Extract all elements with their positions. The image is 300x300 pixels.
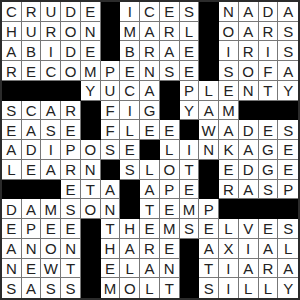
letter-cell[interactable]: A	[22, 278, 42, 298]
black-cell	[81, 259, 101, 279]
cell-letter: E	[125, 141, 135, 157]
letter-cell[interactable]: E	[101, 259, 121, 279]
letter-cell[interactable]: A	[239, 2, 259, 22]
letter-cell[interactable]: E	[120, 61, 140, 81]
letter-cell[interactable]: A	[41, 101, 61, 121]
letter-cell[interactable]: E	[61, 219, 81, 239]
cell-letter: O	[124, 280, 136, 296]
cell-letter: O	[242, 63, 254, 79]
black-cell	[199, 180, 219, 200]
black-cell	[101, 160, 121, 180]
crossword-grid: CRUDEICESNADAHURONMARLOARSABIDEBRAEIRISR…	[0, 0, 300, 300]
cell-letter: L	[185, 23, 193, 39]
cell-letter: A	[26, 122, 36, 138]
cell-letter: E	[164, 3, 174, 19]
letter-cell[interactable]: E	[41, 219, 61, 239]
letter-cell[interactable]: E	[259, 219, 279, 239]
letter-cell[interactable]: C	[120, 81, 140, 101]
cell-letter: A	[144, 23, 154, 39]
letter-cell[interactable]: M	[219, 101, 239, 121]
cell-letter: R	[262, 23, 273, 39]
letter-cell[interactable]: E	[219, 160, 239, 180]
cell-letter: N	[144, 63, 155, 79]
cell-letter: O	[223, 23, 235, 39]
letter-cell[interactable]: O	[81, 140, 101, 160]
cell-letter: S	[6, 280, 16, 296]
letter-cell[interactable]: N	[2, 259, 22, 279]
black-cell	[101, 2, 121, 22]
cell-letter: S	[223, 63, 233, 79]
letter-cell[interactable]: E	[22, 160, 42, 180]
letter-cell[interactable]: Y	[278, 278, 298, 298]
cell-letter: S	[105, 141, 115, 157]
cell-letter: R	[65, 161, 76, 177]
letter-cell[interactable]: A	[140, 180, 160, 200]
cell-letter: E	[164, 201, 174, 217]
letter-cell[interactable]: L	[278, 239, 298, 259]
letter-cell[interactable]: A	[140, 81, 160, 101]
black-cell	[41, 180, 61, 200]
cell-letter: A	[46, 102, 56, 118]
cell-letter: A	[26, 280, 36, 296]
cell-letter: O	[65, 23, 77, 39]
letter-cell[interactable]: R	[61, 160, 81, 180]
cell-letter: D	[243, 122, 254, 138]
cell-letter: R	[6, 63, 17, 79]
letter-cell[interactable]: S	[120, 160, 140, 180]
cell-letter: S	[204, 280, 214, 296]
letter-cell[interactable]: A	[278, 61, 298, 81]
black-cell	[120, 199, 140, 219]
cell-letter: Y	[85, 82, 95, 98]
black-cell	[239, 199, 259, 219]
cell-letter: S	[283, 122, 293, 138]
letter-cell[interactable]: N	[199, 140, 219, 160]
letter-cell[interactable]: F	[259, 61, 279, 81]
black-cell	[2, 180, 22, 200]
letter-cell[interactable]: T	[259, 81, 279, 101]
letter-cell[interactable]: T	[101, 219, 121, 239]
cell-letter: G	[262, 141, 274, 157]
letter-cell[interactable]: L	[239, 278, 259, 298]
black-cell	[239, 101, 259, 121]
letter-cell[interactable]: E	[61, 180, 81, 200]
letter-cell[interactable]: A	[101, 180, 121, 200]
letter-cell[interactable]: R	[61, 101, 81, 121]
letter-cell[interactable]: T	[180, 160, 200, 180]
letter-cell[interactable]: S	[180, 2, 200, 22]
cell-letter: Y	[283, 82, 293, 98]
letter-cell[interactable]: P	[160, 180, 180, 200]
letter-cell[interactable]: L	[219, 219, 239, 239]
black-cell	[140, 140, 160, 160]
letter-cell[interactable]: E	[140, 219, 160, 239]
black-cell	[22, 180, 42, 200]
cell-letter: R	[45, 23, 56, 39]
letter-cell[interactable]: W	[41, 259, 61, 279]
letter-cell[interactable]: A	[219, 120, 239, 140]
letter-cell[interactable]: A	[2, 239, 22, 259]
cell-letter: A	[243, 181, 253, 197]
letter-cell[interactable]: A	[239, 22, 259, 42]
letter-cell[interactable]: S	[61, 278, 81, 298]
cell-letter: O	[84, 141, 96, 157]
cell-letter: W	[44, 260, 58, 276]
cell-letter: D	[26, 141, 37, 157]
letter-cell[interactable]: E	[160, 120, 180, 140]
letter-cell[interactable]: L	[140, 278, 160, 298]
letter-cell[interactable]: A	[199, 239, 219, 259]
cell-letter: E	[223, 161, 233, 177]
letter-cell[interactable]: N	[239, 81, 259, 101]
letter-cell[interactable]: A	[120, 239, 140, 259]
letter-cell[interactable]: A	[2, 140, 22, 160]
letter-cell[interactable]: P	[199, 199, 219, 219]
letter-cell[interactable]: L	[2, 160, 22, 180]
cell-letter: O	[45, 240, 57, 256]
letter-cell[interactable]: C	[2, 2, 22, 22]
letter-cell[interactable]: L	[140, 160, 160, 180]
letter-cell[interactable]: N	[160, 259, 180, 279]
letter-cell[interactable]: C	[41, 61, 61, 81]
letter-cell[interactable]: E	[160, 239, 180, 259]
letter-cell[interactable]: A	[199, 101, 219, 121]
letter-cell[interactable]: P	[61, 140, 81, 160]
letter-cell[interactable]: E	[61, 120, 81, 140]
cell-letter: I	[128, 3, 132, 19]
black-cell	[219, 199, 239, 219]
cell-letter: P	[184, 82, 194, 98]
letter-cell[interactable]: Y	[81, 81, 101, 101]
letter-cell[interactable]: S	[259, 180, 279, 200]
letter-cell[interactable]: I	[219, 41, 239, 61]
letter-cell[interactable]: L	[180, 22, 200, 42]
cell-letter: F	[105, 102, 114, 118]
letter-cell[interactable]: P	[180, 81, 200, 101]
cell-letter: I	[266, 43, 270, 59]
letter-cell[interactable]: N	[81, 160, 101, 180]
letter-cell[interactable]: N	[61, 239, 81, 259]
letter-cell[interactable]: A	[22, 120, 42, 140]
letter-cell[interactable]: E	[180, 41, 200, 61]
letter-cell[interactable]: I	[120, 2, 140, 22]
letter-cell[interactable]: O	[160, 160, 180, 180]
cell-letter: I	[226, 260, 230, 276]
letter-cell[interactable]: R	[140, 239, 160, 259]
letter-cell[interactable]: H	[120, 219, 140, 239]
cell-letter: M	[163, 220, 176, 236]
letter-cell[interactable]: E	[81, 41, 101, 61]
letter-cell[interactable]: T	[61, 259, 81, 279]
letter-cell[interactable]: W	[199, 120, 219, 140]
letter-cell[interactable]: S	[61, 199, 81, 219]
letter-cell[interactable]: E	[259, 120, 279, 140]
letter-cell[interactable]: D	[61, 41, 81, 61]
letter-cell[interactable]: E	[160, 2, 180, 22]
letter-cell[interactable]: S	[180, 219, 200, 239]
cell-letter: E	[6, 122, 16, 138]
cell-letter: E	[164, 122, 174, 138]
letter-cell[interactable]: D	[259, 2, 279, 22]
letter-cell[interactable]: B	[120, 41, 140, 61]
letter-cell[interactable]: E	[120, 140, 140, 160]
cell-letter: E	[105, 260, 115, 276]
cell-letter: E	[263, 220, 273, 236]
cell-letter: A	[204, 102, 214, 118]
letter-cell[interactable]: S	[160, 61, 180, 81]
letter-cell[interactable]: E	[81, 2, 101, 22]
cell-letter: A	[26, 201, 36, 217]
letter-cell[interactable]: D	[61, 2, 81, 22]
letter-cell[interactable]: R	[160, 22, 180, 42]
cell-letter: R	[243, 43, 254, 59]
cell-letter: A	[144, 181, 154, 197]
cell-letter: N	[203, 141, 214, 157]
cell-letter: I	[49, 43, 53, 59]
black-cell	[259, 101, 279, 121]
letter-cell[interactable]: G	[259, 160, 279, 180]
letter-cell[interactable]: M	[120, 22, 140, 42]
black-cell	[101, 22, 121, 42]
cell-letter: F	[105, 122, 114, 138]
letter-cell[interactable]: R	[22, 2, 42, 22]
letter-cell[interactable]: V	[239, 219, 259, 239]
letter-cell[interactable]: S	[278, 41, 298, 61]
letter-cell[interactable]: A	[140, 22, 160, 42]
cell-letter: S	[46, 280, 56, 296]
letter-cell[interactable]: E	[22, 61, 42, 81]
letter-cell[interactable]: S	[101, 140, 121, 160]
cell-letter: M	[124, 23, 137, 39]
letter-cell[interactable]: B	[22, 41, 42, 61]
cell-letter: L	[264, 280, 272, 296]
cell-letter: V	[243, 220, 253, 236]
cell-letter: L	[244, 280, 252, 296]
letter-cell[interactable]: M	[101, 278, 121, 298]
letter-cell[interactable]: E	[22, 259, 42, 279]
letter-cell[interactable]: R	[140, 41, 160, 61]
letter-cell[interactable]: L	[160, 140, 180, 160]
letter-cell[interactable]: M	[81, 61, 101, 81]
cell-letter: E	[144, 122, 154, 138]
letter-cell[interactable]: D	[2, 199, 22, 219]
letter-cell[interactable]: A	[140, 259, 160, 279]
letter-cell[interactable]: S	[2, 278, 22, 298]
letter-cell[interactable]: O	[239, 61, 259, 81]
letter-cell[interactable]: A	[2, 41, 22, 61]
letter-cell[interactable]: U	[101, 81, 121, 101]
letter-cell[interactable]: E	[278, 160, 298, 180]
letter-cell[interactable]: A	[41, 160, 61, 180]
letter-cell[interactable]: A	[278, 2, 298, 22]
cell-letter: C	[144, 3, 155, 19]
letter-cell[interactable]: A	[22, 199, 42, 219]
letter-cell[interactable]: O	[120, 278, 140, 298]
letter-cell[interactable]: S	[278, 219, 298, 239]
black-cell	[199, 41, 219, 61]
cell-letter: S	[184, 220, 194, 236]
letter-cell[interactable]: A	[239, 140, 259, 160]
letter-cell[interactable]: L	[120, 120, 140, 140]
cell-letter: S	[6, 102, 16, 118]
letter-cell[interactable]: D	[239, 160, 259, 180]
letter-cell[interactable]: I	[41, 140, 61, 160]
letter-cell[interactable]: E	[180, 61, 200, 81]
letter-cell[interactable]: O	[219, 22, 239, 42]
letter-cell[interactable]: A	[239, 259, 259, 279]
letter-cell[interactable]: N	[81, 22, 101, 42]
black-cell	[2, 81, 22, 101]
letter-cell[interactable]: E	[199, 219, 219, 239]
letter-cell[interactable]: E	[278, 140, 298, 160]
black-cell	[81, 219, 101, 239]
letter-cell[interactable]: I	[41, 41, 61, 61]
letter-cell[interactable]: I	[219, 278, 239, 298]
letter-cell[interactable]: A	[160, 41, 180, 61]
cell-letter: R	[65, 102, 76, 118]
letter-cell[interactable]: S	[278, 22, 298, 42]
letter-cell[interactable]: T	[199, 259, 219, 279]
letter-cell[interactable]: C	[22, 101, 42, 121]
cell-letter: A	[144, 260, 154, 276]
cell-letter: E	[46, 220, 56, 236]
cell-letter: A	[243, 23, 253, 39]
cell-letter: P	[105, 63, 115, 79]
letter-cell[interactable]: F	[101, 120, 121, 140]
black-cell	[160, 81, 180, 101]
cell-letter: M	[45, 201, 58, 217]
letter-cell[interactable]: O	[61, 22, 81, 42]
cell-letter: A	[243, 260, 253, 276]
cell-letter: H	[124, 220, 135, 236]
letter-cell[interactable]: O	[41, 239, 61, 259]
cell-letter: E	[26, 63, 36, 79]
letter-cell[interactable]: T	[81, 180, 101, 200]
letter-cell[interactable]: Y	[278, 81, 298, 101]
letter-cell[interactable]: Y	[180, 101, 200, 121]
letter-cell[interactable]: N	[101, 199, 121, 219]
cell-letter: A	[243, 141, 253, 157]
letter-cell[interactable]: N	[219, 2, 239, 22]
letter-cell[interactable]: I	[219, 259, 239, 279]
letter-cell[interactable]: F	[101, 101, 121, 121]
letter-cell[interactable]: X	[219, 239, 239, 259]
letter-cell[interactable]: R	[219, 180, 239, 200]
letter-cell[interactable]: P	[101, 61, 121, 81]
letter-cell[interactable]: I	[180, 140, 200, 160]
cell-letter: I	[187, 141, 191, 157]
letter-cell[interactable]: G	[140, 101, 160, 121]
letter-cell[interactable]: N	[140, 61, 160, 81]
letter-cell[interactable]: T	[160, 278, 180, 298]
letter-cell[interactable]: R	[41, 22, 61, 42]
letter-cell[interactable]: H	[101, 239, 121, 259]
cell-letter: O	[65, 63, 77, 79]
cell-letter: P	[204, 201, 214, 217]
letter-cell[interactable]: O	[81, 199, 101, 219]
cell-letter: T	[105, 220, 114, 236]
letter-cell[interactable]: E	[2, 219, 22, 239]
cell-letter: M	[222, 102, 235, 118]
letter-cell[interactable]: R	[259, 259, 279, 279]
letter-cell[interactable]: S	[41, 278, 61, 298]
letter-cell[interactable]: U	[41, 2, 61, 22]
letter-cell[interactable]: G	[259, 140, 279, 160]
letter-cell[interactable]: L	[120, 259, 140, 279]
letter-cell[interactable]: E	[180, 180, 200, 200]
letter-cell[interactable]: E	[2, 120, 22, 140]
cell-letter: E	[204, 220, 214, 236]
letter-cell[interactable]: S	[199, 278, 219, 298]
letter-cell[interactable]: M	[160, 219, 180, 239]
cell-letter: D	[65, 3, 76, 19]
cell-letter: E	[144, 220, 154, 236]
letter-cell[interactable]: S	[41, 120, 61, 140]
letter-cell[interactable]: D	[239, 120, 259, 140]
letter-cell[interactable]: R	[259, 22, 279, 42]
letter-cell[interactable]: H	[2, 22, 22, 42]
letter-cell[interactable]: L	[199, 81, 219, 101]
cell-letter: N	[223, 3, 234, 19]
letter-cell[interactable]: U	[22, 22, 42, 42]
letter-cell[interactable]: S	[278, 120, 298, 140]
letter-cell[interactable]: S	[2, 101, 22, 121]
cell-letter: E	[223, 82, 233, 98]
letter-cell[interactable]: A	[278, 259, 298, 279]
letter-cell[interactable]: C	[140, 2, 160, 22]
cell-letter: N	[6, 260, 17, 276]
letter-cell[interactable]: O	[61, 61, 81, 81]
cell-letter: R	[223, 181, 234, 197]
cell-letter: M	[84, 63, 97, 79]
cell-letter: E	[26, 161, 36, 177]
black-cell	[278, 199, 298, 219]
letter-cell[interactable]: P	[22, 219, 42, 239]
cell-letter: I	[246, 240, 250, 256]
letter-cell[interactable]: E	[160, 199, 180, 219]
letter-cell[interactable]: R	[239, 41, 259, 61]
letter-cell[interactable]: I	[120, 101, 140, 121]
letter-cell[interactable]: N	[22, 239, 42, 259]
letter-cell[interactable]: L	[259, 278, 279, 298]
letter-cell[interactable]: I	[239, 239, 259, 259]
letter-cell[interactable]: P	[278, 180, 298, 200]
letter-cell[interactable]: A	[259, 239, 279, 259]
letter-cell[interactable]: T	[140, 199, 160, 219]
letter-cell[interactable]: E	[140, 120, 160, 140]
black-cell	[160, 101, 180, 121]
letter-cell[interactable]: K	[219, 140, 239, 160]
cell-letter: A	[105, 181, 115, 197]
black-cell	[199, 61, 219, 81]
letter-cell[interactable]: A	[239, 180, 259, 200]
letter-cell[interactable]: M	[41, 199, 61, 219]
cell-letter: E	[6, 220, 16, 236]
cell-letter: U	[45, 3, 56, 19]
cell-letter: S	[66, 201, 76, 217]
letter-cell[interactable]: E	[219, 81, 239, 101]
letter-cell[interactable]: R	[2, 61, 22, 81]
cell-letter: L	[145, 280, 153, 296]
cell-letter: E	[283, 161, 293, 177]
cell-letter: C	[26, 102, 37, 118]
cell-letter: A	[204, 240, 214, 256]
letter-cell[interactable]: I	[259, 41, 279, 61]
letter-cell[interactable]: D	[22, 140, 42, 160]
black-cell	[180, 259, 200, 279]
letter-cell[interactable]: S	[219, 61, 239, 81]
letter-cell[interactable]: M	[180, 199, 200, 219]
